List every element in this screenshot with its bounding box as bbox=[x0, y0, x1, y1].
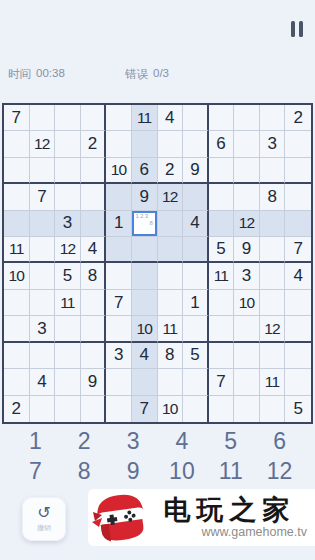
cell-r11c9[interactable]: 7 bbox=[209, 369, 235, 395]
cell-r12c7[interactable]: 10 bbox=[158, 396, 184, 422]
cell-r9c6[interactable]: 10 bbox=[132, 316, 158, 342]
cell-r5c12[interactable] bbox=[285, 211, 311, 237]
cell-r6c3[interactable]: 12 bbox=[55, 237, 81, 263]
mistakes-value: 0/3 bbox=[153, 67, 169, 82]
cell-r12c5[interactable] bbox=[106, 396, 132, 422]
cell-r7c6[interactable] bbox=[132, 263, 158, 289]
cell-r3c3[interactable] bbox=[55, 158, 81, 184]
cell-r12c10[interactable] bbox=[234, 396, 260, 422]
note-slot-12 bbox=[149, 227, 154, 234]
cell-r3c6[interactable]: 6 bbox=[132, 158, 158, 184]
cell-r6c1[interactable]: 11 bbox=[4, 237, 30, 263]
cell-r10c8[interactable]: 5 bbox=[183, 343, 209, 369]
cell-r12c4[interactable] bbox=[81, 396, 107, 422]
cell-r5c10[interactable]: 12 bbox=[234, 211, 260, 237]
cell-r2c2[interactable]: 12 bbox=[30, 131, 56, 157]
ad-banner[interactable]: 电玩之家 www.gamehome.tv bbox=[88, 489, 315, 546]
cell-r3c9[interactable] bbox=[209, 158, 235, 184]
cell-r8c2[interactable] bbox=[30, 290, 56, 316]
cell-r11c2[interactable]: 4 bbox=[30, 369, 56, 395]
cell-r12c11[interactable] bbox=[260, 396, 286, 422]
numpad-4[interactable]: 4 bbox=[157, 426, 206, 456]
cell-r10c9[interactable] bbox=[209, 343, 235, 369]
sudoku-app: 时间 00:38 错误 0/3 711421226310629791283112… bbox=[0, 0, 315, 560]
cell-r2c7[interactable] bbox=[158, 131, 184, 157]
cell-r12c12[interactable]: 5 bbox=[285, 396, 311, 422]
ad-url: www.gamehome.tv bbox=[152, 525, 307, 539]
cell-r8c9[interactable] bbox=[209, 290, 235, 316]
cell-r10c7[interactable]: 8 bbox=[158, 343, 184, 369]
cell-r1c10[interactable] bbox=[234, 105, 260, 131]
cell-r5c11[interactable] bbox=[260, 211, 286, 237]
ad-text: 电玩之家 www.gamehome.tv bbox=[152, 496, 315, 538]
cell-r11c7[interactable] bbox=[158, 369, 184, 395]
cell-r4c10[interactable] bbox=[234, 184, 260, 210]
cell-r7c11[interactable] bbox=[260, 263, 286, 289]
cell-r3c12[interactable] bbox=[285, 158, 311, 184]
pause-icon bbox=[291, 21, 295, 37]
cell-r4c12[interactable] bbox=[285, 184, 311, 210]
numpad-12[interactable]: 12 bbox=[255, 456, 304, 486]
cell-r6c8[interactable] bbox=[183, 237, 209, 263]
cell-r1c9[interactable] bbox=[209, 105, 235, 131]
mistakes-label: 错误 bbox=[125, 67, 148, 82]
cell-r2c1[interactable] bbox=[4, 131, 30, 157]
pause-button[interactable] bbox=[291, 21, 304, 37]
cell-r4c2[interactable]: 7 bbox=[30, 184, 56, 210]
note-slot-8: 8 bbox=[149, 220, 154, 227]
numpad-2[interactable]: 2 bbox=[60, 426, 109, 456]
cell-r7c1[interactable]: 10 bbox=[4, 263, 30, 289]
cell-r6c9[interactable]: 5 bbox=[209, 237, 235, 263]
cell-r9c2[interactable]: 3 bbox=[30, 316, 56, 342]
cell-r11c10[interactable] bbox=[234, 369, 260, 395]
cell-r8c7[interactable] bbox=[158, 290, 184, 316]
cell-r6c6[interactable] bbox=[132, 237, 158, 263]
cell-r5c3[interactable]: 3 bbox=[55, 211, 81, 237]
cell-r6c12[interactable]: 7 bbox=[285, 237, 311, 263]
cell-r3c4[interactable] bbox=[81, 158, 107, 184]
cell-r6c2[interactable] bbox=[30, 237, 56, 263]
cell-r11c11[interactable]: 11 bbox=[260, 369, 286, 395]
cell-r7c3[interactable]: 5 bbox=[55, 263, 81, 289]
board: 7114212263106297912831123841211124597105… bbox=[2, 103, 313, 424]
undo-label: 撤销 bbox=[37, 523, 51, 533]
undo-arrow-icon: ↺ bbox=[37, 505, 50, 521]
cell-r11c5[interactable] bbox=[106, 369, 132, 395]
cell-r10c11[interactable] bbox=[260, 343, 286, 369]
cell-r11c3[interactable] bbox=[55, 369, 81, 395]
cell-r2c12[interactable] bbox=[285, 131, 311, 157]
cell-r2c5[interactable] bbox=[106, 131, 132, 157]
numpad-11[interactable]: 11 bbox=[206, 456, 255, 486]
cell-r11c8[interactable] bbox=[183, 369, 209, 395]
cell-r1c2[interactable] bbox=[30, 105, 56, 131]
cell-r1c1[interactable]: 7 bbox=[4, 105, 30, 131]
cell-r3c5[interactable]: 10 bbox=[106, 158, 132, 184]
pause-icon bbox=[299, 21, 303, 37]
cell-r5c2[interactable] bbox=[30, 211, 56, 237]
cell-r1c7[interactable]: 4 bbox=[158, 105, 184, 131]
cell-r6c11[interactable] bbox=[260, 237, 286, 263]
cell-r11c4[interactable]: 9 bbox=[81, 369, 107, 395]
cell-r11c1[interactable] bbox=[4, 369, 30, 395]
cell-r9c3[interactable] bbox=[55, 316, 81, 342]
cell-r3c8[interactable]: 9 bbox=[183, 158, 209, 184]
gamepad-mascot-icon bbox=[90, 490, 152, 546]
cell-r8c10[interactable]: 10 bbox=[234, 290, 260, 316]
cell-r12c3[interactable] bbox=[55, 396, 81, 422]
timer: 时间 00:38 bbox=[8, 67, 65, 82]
cell-r2c6[interactable] bbox=[132, 131, 158, 157]
cell-r3c11[interactable] bbox=[260, 158, 286, 184]
cell-r7c8[interactable] bbox=[183, 263, 209, 289]
cell-r4c8[interactable] bbox=[183, 184, 209, 210]
time-value: 00:38 bbox=[36, 67, 65, 82]
cell-r10c5[interactable]: 3 bbox=[106, 343, 132, 369]
cell-r9c5[interactable] bbox=[106, 316, 132, 342]
pencil-notes: 1238 bbox=[135, 213, 154, 234]
cell-r6c7[interactable] bbox=[158, 237, 184, 263]
cell-r9c10[interactable] bbox=[234, 316, 260, 342]
cell-r7c7[interactable] bbox=[158, 263, 184, 289]
cell-r12c1[interactable]: 2 bbox=[4, 396, 30, 422]
numpad-3[interactable]: 3 bbox=[109, 426, 158, 456]
cell-r2c4[interactable]: 2 bbox=[81, 131, 107, 157]
cell-r4c1[interactable] bbox=[4, 184, 30, 210]
cell-r4c5[interactable] bbox=[106, 184, 132, 210]
cell-r9c8[interactable] bbox=[183, 316, 209, 342]
cell-r8c3[interactable]: 11 bbox=[55, 290, 81, 316]
cell-r8c8[interactable]: 1 bbox=[183, 290, 209, 316]
numpad-7[interactable]: 7 bbox=[11, 456, 60, 486]
cell-r12c6[interactable]: 7 bbox=[132, 396, 158, 422]
status-bar: 时间 00:38 错误 0/3 bbox=[8, 67, 307, 81]
cell-r7c5[interactable] bbox=[106, 263, 132, 289]
cell-r4c6[interactable]: 9 bbox=[132, 184, 158, 210]
cell-r5c8[interactable]: 4 bbox=[183, 211, 209, 237]
cell-r9c12[interactable] bbox=[285, 316, 311, 342]
cell-r8c4[interactable] bbox=[81, 290, 107, 316]
numpad-6[interactable]: 6 bbox=[255, 426, 304, 456]
time-label: 时间 bbox=[8, 67, 31, 82]
cell-r10c4[interactable] bbox=[81, 343, 107, 369]
cell-r2c10[interactable] bbox=[234, 131, 260, 157]
cell-r7c10[interactable]: 3 bbox=[234, 263, 260, 289]
cell-r10c12[interactable] bbox=[285, 343, 311, 369]
ad-title: 电玩之家 bbox=[152, 496, 307, 524]
cell-r4c11[interactable]: 8 bbox=[260, 184, 286, 210]
cell-r10c3[interactable] bbox=[55, 343, 81, 369]
cell-r12c9[interactable] bbox=[209, 396, 235, 422]
numpad-row-2: 789101112 bbox=[11, 456, 304, 486]
cell-r4c7[interactable]: 12 bbox=[158, 184, 184, 210]
cell-r12c8[interactable] bbox=[183, 396, 209, 422]
cell-r1c8[interactable] bbox=[183, 105, 209, 131]
cell-r1c3[interactable] bbox=[55, 105, 81, 131]
cell-r6c10[interactable]: 9 bbox=[234, 237, 260, 263]
cell-r1c6[interactable]: 11 bbox=[132, 105, 158, 131]
cell-r5c7[interactable] bbox=[158, 211, 184, 237]
cell-r3c7[interactable]: 2 bbox=[158, 158, 184, 184]
cell-r9c11[interactable]: 12 bbox=[260, 316, 286, 342]
cell-r12c2[interactable] bbox=[30, 396, 56, 422]
cell-r9c1[interactable] bbox=[4, 316, 30, 342]
cell-r5c1[interactable] bbox=[4, 211, 30, 237]
cell-r3c1[interactable] bbox=[4, 158, 30, 184]
cell-r7c12[interactable]: 4 bbox=[285, 263, 311, 289]
cell-r11c6[interactable] bbox=[132, 369, 158, 395]
cell-r11c12[interactable] bbox=[285, 369, 311, 395]
undo-button[interactable]: ↺ 撤销 bbox=[22, 497, 66, 541]
cell-r3c2[interactable] bbox=[30, 158, 56, 184]
numpad-8[interactable]: 8 bbox=[60, 456, 109, 486]
cell-r10c10[interactable] bbox=[234, 343, 260, 369]
cell-r7c4[interactable]: 8 bbox=[81, 263, 107, 289]
cell-r8c11[interactable] bbox=[260, 290, 286, 316]
cell-r1c5[interactable] bbox=[106, 105, 132, 131]
cell-r1c4[interactable] bbox=[81, 105, 107, 131]
cell-r5c9[interactable] bbox=[209, 211, 235, 237]
cell-r8c1[interactable] bbox=[4, 290, 30, 316]
cell-r8c6[interactable] bbox=[132, 290, 158, 316]
cell-r10c6[interactable]: 4 bbox=[132, 343, 158, 369]
cell-r5c4[interactable] bbox=[81, 211, 107, 237]
cell-r1c11[interactable] bbox=[260, 105, 286, 131]
cell-r2c3[interactable] bbox=[55, 131, 81, 157]
cell-r2c9[interactable]: 6 bbox=[209, 131, 235, 157]
cell-r7c9[interactable]: 11 bbox=[209, 263, 235, 289]
cell-r5c5[interactable]: 1 bbox=[106, 211, 132, 237]
numpad-10[interactable]: 10 bbox=[157, 456, 206, 486]
cell-r5c6[interactable]: 1238 bbox=[132, 211, 158, 237]
numpad-1[interactable]: 1 bbox=[11, 426, 60, 456]
cell-r10c1[interactable] bbox=[4, 343, 30, 369]
numpad-9[interactable]: 9 bbox=[109, 456, 158, 486]
cell-r9c9[interactable] bbox=[209, 316, 235, 342]
cell-r4c4[interactable] bbox=[81, 184, 107, 210]
cell-r8c5[interactable]: 7 bbox=[106, 290, 132, 316]
mistakes-counter: 错误 0/3 bbox=[125, 67, 169, 82]
cell-r8c12[interactable] bbox=[285, 290, 311, 316]
numpad-5[interactable]: 5 bbox=[206, 426, 255, 456]
numpad-row-1: 123456 bbox=[11, 426, 304, 456]
cell-r2c8[interactable] bbox=[183, 131, 209, 157]
cell-r9c4[interactable] bbox=[81, 316, 107, 342]
cell-r7c2[interactable] bbox=[30, 263, 56, 289]
cell-r1c12[interactable]: 2 bbox=[285, 105, 311, 131]
cell-r2c11[interactable]: 3 bbox=[260, 131, 286, 157]
cell-r6c4[interactable]: 4 bbox=[81, 237, 107, 263]
cell-r9c7[interactable]: 11 bbox=[158, 316, 184, 342]
cell-r4c9[interactable] bbox=[209, 184, 235, 210]
cell-r10c2[interactable] bbox=[30, 343, 56, 369]
cell-r6c5[interactable] bbox=[106, 237, 132, 263]
note-slot-4 bbox=[149, 213, 154, 220]
cell-r4c3[interactable] bbox=[55, 184, 81, 210]
cell-r3c10[interactable] bbox=[234, 158, 260, 184]
